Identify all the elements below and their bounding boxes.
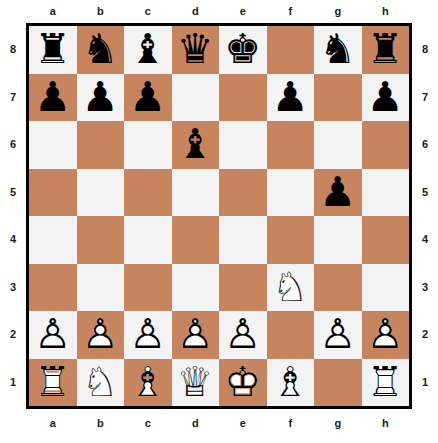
square-f6[interactable] — [267, 121, 315, 169]
square-g7[interactable] — [314, 74, 362, 122]
square-h5[interactable] — [362, 169, 410, 217]
square-h6[interactable] — [362, 121, 410, 169]
white-pawn-outline-glyph: ♙ — [314, 311, 362, 359]
square-e6[interactable] — [219, 121, 267, 169]
square-f7[interactable]: ♟ — [267, 74, 315, 122]
white-queen-outline-glyph: ♕ — [172, 359, 220, 407]
square-b6[interactable] — [77, 121, 125, 169]
square-b3[interactable] — [77, 264, 125, 312]
square-h8[interactable]: ♜ — [362, 26, 410, 74]
piece-white-pawn[interactable]: ♟♙ — [124, 311, 172, 359]
rank-labels-right: 87654321 — [412, 23, 438, 409]
piece-white-knight[interactable]: ♞♘ — [77, 359, 125, 407]
piece-white-pawn[interactable]: ♟♙ — [362, 311, 410, 359]
square-f8[interactable] — [267, 26, 315, 74]
file-label-top-c: c — [124, 6, 172, 17]
black-pawn-glyph: ♟ — [267, 74, 315, 122]
square-a7[interactable]: ♟ — [29, 74, 77, 122]
square-c3[interactable] — [124, 264, 172, 312]
piece-black-pawn[interactable]: ♟ — [314, 169, 362, 217]
piece-white-bishop[interactable]: ♝♗ — [124, 359, 172, 407]
chess-diagram: abcdefgh 87654321 ♜♞♝♛♚♞♜♟♟♟♟♟♝♟♞♘♟♙♟♙♟♙… — [0, 0, 438, 443]
rank-label-left-7: 7 — [0, 74, 26, 122]
file-label-top-b: b — [77, 6, 125, 17]
square-c4[interactable] — [124, 216, 172, 264]
file-label-bottom-h: h — [362, 418, 410, 429]
square-c2[interactable]: ♟♙ — [124, 311, 172, 359]
rank-label-right-7: 7 — [412, 74, 438, 122]
rank-label-right-2: 2 — [412, 311, 438, 359]
file-label-top-h: h — [362, 6, 410, 17]
square-h2[interactable]: ♟♙ — [362, 311, 410, 359]
square-h4[interactable] — [362, 216, 410, 264]
piece-black-pawn[interactable]: ♟ — [77, 74, 125, 122]
black-rook-glyph: ♜ — [29, 26, 77, 74]
square-g3[interactable] — [314, 264, 362, 312]
file-label-bottom-a: a — [29, 418, 77, 429]
square-e2[interactable]: ♟♙ — [219, 311, 267, 359]
square-c5[interactable] — [124, 169, 172, 217]
piece-black-queen[interactable]: ♛ — [172, 26, 220, 74]
square-a4[interactable] — [29, 216, 77, 264]
rank-label-left-4: 4 — [0, 216, 26, 264]
piece-white-pawn[interactable]: ♟♙ — [172, 311, 220, 359]
square-b1[interactable]: ♞♘ — [77, 359, 125, 407]
square-e4[interactable] — [219, 216, 267, 264]
square-d4[interactable] — [172, 216, 220, 264]
chessboard: ♜♞♝♛♚♞♜♟♟♟♟♟♝♟♞♘♟♙♟♙♟♙♟♙♟♙♟♙♟♙♜♖♞♘♝♗♛♕♚♔… — [26, 23, 412, 409]
square-a6[interactable] — [29, 121, 77, 169]
square-c7[interactable]: ♟ — [124, 74, 172, 122]
file-label-top-a: a — [29, 6, 77, 17]
white-knight-outline-glyph: ♘ — [77, 359, 125, 407]
white-pawn-outline-glyph: ♙ — [362, 311, 410, 359]
square-a2[interactable]: ♟♙ — [29, 311, 77, 359]
piece-white-pawn[interactable]: ♟♙ — [29, 311, 77, 359]
square-a5[interactable] — [29, 169, 77, 217]
black-pawn-glyph: ♟ — [29, 74, 77, 122]
rank-label-right-4: 4 — [412, 216, 438, 264]
square-d7[interactable] — [172, 74, 220, 122]
piece-white-pawn[interactable]: ♟♙ — [314, 311, 362, 359]
rank-label-left-3: 3 — [0, 264, 26, 312]
black-knight-glyph: ♞ — [77, 26, 125, 74]
piece-black-pawn[interactable]: ♟ — [267, 74, 315, 122]
white-knight-outline-glyph: ♘ — [267, 264, 315, 312]
square-e3[interactable] — [219, 264, 267, 312]
piece-white-king[interactable]: ♚♔ — [219, 359, 267, 407]
white-king-outline-glyph: ♔ — [219, 359, 267, 407]
black-queen-glyph: ♛ — [172, 26, 220, 74]
file-label-bottom-b: b — [77, 418, 125, 429]
black-rook-glyph: ♜ — [362, 26, 410, 74]
square-d8[interactable]: ♛ — [172, 26, 220, 74]
rank-label-right-8: 8 — [412, 26, 438, 74]
file-label-bottom-c: c — [124, 418, 172, 429]
black-bishop-glyph: ♝ — [172, 121, 220, 169]
black-pawn-glyph: ♟ — [314, 169, 362, 217]
file-label-bottom-d: d — [172, 418, 220, 429]
piece-black-pawn[interactable]: ♟ — [124, 74, 172, 122]
rank-labels-left: 87654321 — [0, 23, 26, 409]
piece-black-bishop[interactable]: ♝ — [172, 121, 220, 169]
black-pawn-glyph: ♟ — [362, 74, 410, 122]
piece-black-pawn[interactable]: ♟ — [362, 74, 410, 122]
piece-black-pawn[interactable]: ♟ — [29, 74, 77, 122]
piece-white-rook[interactable]: ♜♖ — [29, 359, 77, 407]
square-h1[interactable]: ♜♖ — [362, 359, 410, 407]
square-b4[interactable] — [77, 216, 125, 264]
square-d5[interactable] — [172, 169, 220, 217]
file-labels-bottom: abcdefgh — [26, 409, 412, 443]
square-e5[interactable] — [219, 169, 267, 217]
black-bishop-glyph: ♝ — [124, 26, 172, 74]
rank-label-right-3: 3 — [412, 264, 438, 312]
square-b7[interactable]: ♟ — [77, 74, 125, 122]
square-g8[interactable]: ♞ — [314, 26, 362, 74]
square-a3[interactable] — [29, 264, 77, 312]
piece-black-rook[interactable]: ♜ — [362, 26, 410, 74]
square-b8[interactable]: ♞ — [77, 26, 125, 74]
square-d3[interactable] — [172, 264, 220, 312]
piece-white-pawn[interactable]: ♟♙ — [219, 311, 267, 359]
white-pawn-outline-glyph: ♙ — [29, 311, 77, 359]
black-pawn-glyph: ♟ — [77, 74, 125, 122]
file-label-bottom-g: g — [314, 418, 362, 429]
white-pawn-outline-glyph: ♙ — [124, 311, 172, 359]
square-a1[interactable]: ♜♖ — [29, 359, 77, 407]
rank-label-left-8: 8 — [0, 26, 26, 74]
rank-label-left-5: 5 — [0, 169, 26, 217]
black-knight-glyph: ♞ — [314, 26, 362, 74]
black-king-glyph: ♚ — [219, 26, 267, 74]
rank-label-left-6: 6 — [0, 121, 26, 169]
square-b2[interactable]: ♟♙ — [77, 311, 125, 359]
piece-white-knight[interactable]: ♞♘ — [267, 264, 315, 312]
white-rook-outline-glyph: ♖ — [362, 359, 410, 407]
rank-label-left-2: 2 — [0, 311, 26, 359]
square-e1[interactable]: ♚♔ — [219, 359, 267, 407]
file-label-bottom-e: e — [219, 418, 267, 429]
piece-white-bishop[interactable]: ♝♗ — [267, 359, 315, 407]
square-c1[interactable]: ♝♗ — [124, 359, 172, 407]
rank-label-right-6: 6 — [412, 121, 438, 169]
square-f3[interactable]: ♞♘ — [267, 264, 315, 312]
square-f2[interactable] — [267, 311, 315, 359]
square-f1[interactable]: ♝♗ — [267, 359, 315, 407]
piece-black-bishop[interactable]: ♝ — [124, 26, 172, 74]
rank-label-right-5: 5 — [412, 169, 438, 217]
rank-label-right-1: 1 — [412, 359, 438, 407]
black-pawn-glyph: ♟ — [124, 74, 172, 122]
square-a8[interactable]: ♜ — [29, 26, 77, 74]
white-bishop-outline-glyph: ♗ — [124, 359, 172, 407]
white-pawn-outline-glyph: ♙ — [77, 311, 125, 359]
piece-black-king[interactable]: ♚ — [219, 26, 267, 74]
square-f5[interactable] — [267, 169, 315, 217]
white-bishop-outline-glyph: ♗ — [267, 359, 315, 407]
square-d6[interactable]: ♝ — [172, 121, 220, 169]
square-e7[interactable] — [219, 74, 267, 122]
square-g1[interactable] — [314, 359, 362, 407]
square-e8[interactable]: ♚ — [219, 26, 267, 74]
square-g5[interactable]: ♟ — [314, 169, 362, 217]
square-g4[interactable] — [314, 216, 362, 264]
file-label-bottom-f: f — [267, 418, 315, 429]
square-g6[interactable] — [314, 121, 362, 169]
piece-black-knight[interactable]: ♞ — [77, 26, 125, 74]
square-f4[interactable] — [267, 216, 315, 264]
piece-black-knight[interactable]: ♞ — [314, 26, 362, 74]
square-d2[interactable]: ♟♙ — [172, 311, 220, 359]
rank-label-left-1: 1 — [0, 359, 26, 407]
piece-white-pawn[interactable]: ♟♙ — [77, 311, 125, 359]
white-pawn-outline-glyph: ♙ — [219, 311, 267, 359]
piece-white-queen[interactable]: ♛♕ — [172, 359, 220, 407]
white-rook-outline-glyph: ♖ — [29, 359, 77, 407]
file-labels-top: abcdefgh — [26, 0, 412, 23]
white-pawn-outline-glyph: ♙ — [172, 311, 220, 359]
square-h7[interactable]: ♟ — [362, 74, 410, 122]
square-d1[interactable]: ♛♕ — [172, 359, 220, 407]
file-label-top-g: g — [314, 6, 362, 17]
piece-black-rook[interactable]: ♜ — [29, 26, 77, 74]
square-c6[interactable] — [124, 121, 172, 169]
piece-white-rook[interactable]: ♜♖ — [362, 359, 410, 407]
file-label-top-d: d — [172, 6, 220, 17]
square-h3[interactable] — [362, 264, 410, 312]
square-c8[interactable]: ♝ — [124, 26, 172, 74]
square-b5[interactable] — [77, 169, 125, 217]
square-g2[interactable]: ♟♙ — [314, 311, 362, 359]
file-label-top-f: f — [267, 6, 315, 17]
file-label-top-e: e — [219, 6, 267, 17]
